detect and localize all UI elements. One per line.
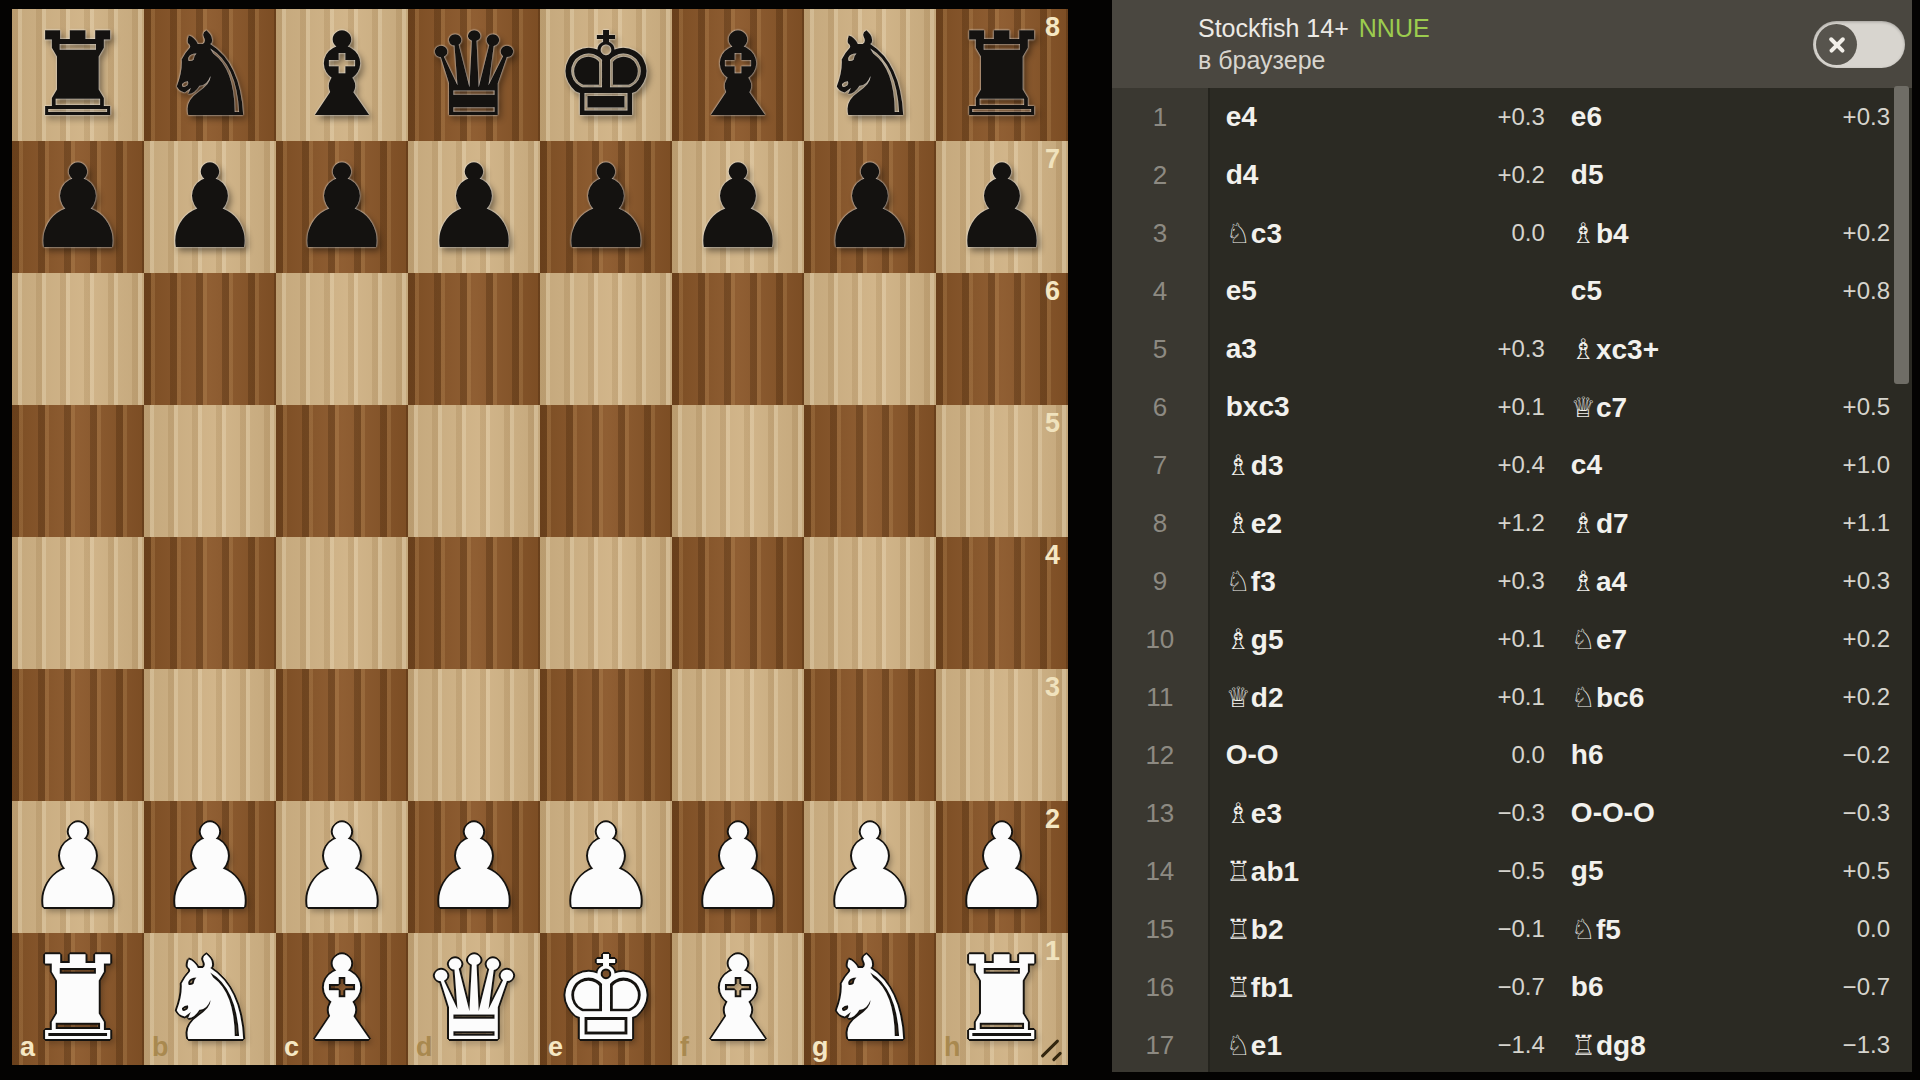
black-knight-b8[interactable]: ♞: [144, 9, 276, 141]
rank-label-5: 5: [1045, 410, 1060, 437]
square-e4[interactable]: [540, 537, 672, 669]
black-move[interactable]: ♗a4: [1571, 565, 1790, 598]
square-f8[interactable]: ♝: [672, 9, 804, 141]
square-b7[interactable]: ♟: [144, 141, 276, 273]
move-number: 9: [1112, 552, 1210, 610]
move-row: 5a3+0.3♗xc3+: [1112, 320, 1912, 378]
white-knight-b1[interactable]: ♞: [144, 933, 276, 1065]
black-eval: −0.2: [1790, 741, 1890, 769]
black-pawn-c7[interactable]: ♟: [276, 141, 408, 273]
white-pawn-b2[interactable]: ♟: [144, 801, 276, 933]
black-pawn-f7[interactable]: ♟: [672, 141, 804, 273]
move-row: 14♖ab1−0.5g5+0.5: [1112, 842, 1912, 900]
move-row: 2d4+0.2d5: [1112, 146, 1912, 204]
black-move[interactable]: h6: [1571, 739, 1790, 771]
move-row: 12O-O0.0h6−0.2: [1112, 726, 1912, 784]
black-move[interactable]: ♗d7: [1571, 507, 1790, 540]
white-pawn-f2[interactable]: ♟: [672, 801, 804, 933]
white-eval: −1.4: [1450, 1031, 1545, 1059]
nnue-badge: NNUE: [1359, 14, 1430, 42]
white-eval: +0.3: [1450, 103, 1545, 131]
square-g1[interactable]: ♞g: [804, 933, 936, 1065]
square-c7[interactable]: ♟: [276, 141, 408, 273]
black-eval: +0.5: [1790, 857, 1890, 885]
black-rook-a8[interactable]: ♜: [12, 9, 144, 141]
black-eval: +0.3: [1790, 103, 1890, 131]
black-move[interactable]: e6: [1571, 101, 1790, 133]
move-number: 8: [1112, 494, 1210, 552]
square-h5[interactable]: 5: [936, 405, 1068, 537]
square-d4[interactable]: [408, 537, 540, 669]
square-h2[interactable]: ♟2: [936, 801, 1068, 933]
white-move[interactable]: ♘f3: [1226, 565, 1450, 598]
white-pawn-g2[interactable]: ♟: [804, 801, 936, 933]
black-eval: +1.1: [1790, 509, 1890, 537]
white-move[interactable]: d4: [1226, 159, 1450, 191]
square-a3[interactable]: [12, 669, 144, 801]
white-pawn-c2[interactable]: ♟: [276, 801, 408, 933]
white-move[interactable]: a3: [1226, 333, 1450, 365]
square-g5[interactable]: [804, 405, 936, 537]
black-pawn-b7[interactable]: ♟: [144, 141, 276, 273]
square-f4[interactable]: [672, 537, 804, 669]
white-eval: +0.3: [1450, 335, 1545, 363]
white-move[interactable]: e4: [1226, 101, 1450, 133]
square-b2[interactable]: ♟: [144, 801, 276, 933]
square-e8[interactable]: ♚: [540, 9, 672, 141]
move-number: 10: [1112, 610, 1210, 668]
square-g3[interactable]: [804, 669, 936, 801]
square-a4[interactable]: [12, 537, 144, 669]
black-move[interactable]: c4: [1571, 449, 1790, 481]
white-pawn-a2[interactable]: ♟: [12, 801, 144, 933]
move-list: 1e4+0.3e6+0.32d4+0.2d53♘c30.0♗b4+0.24e5c…: [1112, 88, 1912, 1072]
square-f3[interactable]: [672, 669, 804, 801]
black-king-e8[interactable]: ♚: [540, 9, 672, 141]
white-eval: +0.2: [1450, 161, 1545, 189]
square-g4[interactable]: [804, 537, 936, 669]
white-move[interactable]: ♗e3: [1226, 797, 1450, 830]
move-number: 1: [1112, 88, 1210, 146]
move-number: 14: [1112, 842, 1210, 900]
square-f6[interactable]: [672, 273, 804, 405]
rank-label-6: 6: [1045, 278, 1060, 305]
black-bishop-c8[interactable]: ♝: [276, 9, 408, 141]
black-eval: +0.2: [1790, 219, 1890, 247]
white-move[interactable]: ♕d2: [1226, 681, 1450, 714]
white-move[interactable]: ♖ab1: [1226, 855, 1450, 888]
black-rook-h8[interactable]: ♜: [936, 9, 1068, 141]
white-move[interactable]: e5: [1226, 275, 1450, 307]
black-eval: +0.8: [1790, 277, 1890, 305]
white-move[interactable]: ♗e2: [1226, 507, 1450, 540]
square-d3[interactable]: [408, 669, 540, 801]
white-eval: +0.3: [1450, 567, 1545, 595]
black-queen-d8[interactable]: ♛: [408, 9, 540, 141]
square-d8[interactable]: ♛: [408, 9, 540, 141]
square-d1[interactable]: ♛d: [408, 933, 540, 1065]
square-h4[interactable]: 4: [936, 537, 1068, 669]
square-c2[interactable]: ♟: [276, 801, 408, 933]
white-move[interactable]: ♖b2: [1226, 913, 1450, 946]
black-eval: +1.0: [1790, 451, 1890, 479]
square-f7[interactable]: ♟: [672, 141, 804, 273]
black-move[interactable]: ♘bc6: [1571, 681, 1790, 714]
square-h8[interactable]: ♜8: [936, 9, 1068, 141]
move-number: 6: [1112, 378, 1210, 436]
move-number: 11: [1112, 668, 1210, 726]
move-row: 8♗e2+1.2♗d7+1.1: [1112, 494, 1912, 552]
square-b4[interactable]: [144, 537, 276, 669]
white-move[interactable]: O-O: [1226, 739, 1450, 771]
black-eval: −0.7: [1790, 973, 1890, 1001]
black-move[interactable]: ♘e7: [1571, 623, 1790, 656]
square-g7[interactable]: ♟: [804, 141, 936, 273]
square-b6[interactable]: [144, 273, 276, 405]
black-bishop-f8[interactable]: ♝: [672, 9, 804, 141]
rank-label-3: 3: [1045, 674, 1060, 701]
black-eval: −0.3: [1790, 799, 1890, 827]
white-eval: +0.1: [1450, 625, 1545, 653]
square-c1[interactable]: ♝c: [276, 933, 408, 1065]
black-pawn-g7[interactable]: ♟: [804, 141, 936, 273]
square-b5[interactable]: [144, 405, 276, 537]
board-resize-handle[interactable]: [1037, 1034, 1065, 1062]
square-c6[interactable]: [276, 273, 408, 405]
square-b3[interactable]: [144, 669, 276, 801]
black-eval: +0.3: [1790, 567, 1890, 595]
square-d5[interactable]: [408, 405, 540, 537]
square-c3[interactable]: [276, 669, 408, 801]
move-row: 9♘f3+0.3♗a4+0.3: [1112, 552, 1912, 610]
move-number: 13: [1112, 784, 1210, 842]
square-g2[interactable]: ♟: [804, 801, 936, 933]
move-number: 5: [1112, 320, 1210, 378]
square-h1[interactable]: ♜h1: [936, 933, 1068, 1065]
black-pawn-h7[interactable]: ♟: [936, 141, 1068, 273]
move-row: 10♗g5+0.1♘e7+0.2: [1112, 610, 1912, 668]
white-eval: −0.1: [1450, 915, 1545, 943]
square-f2[interactable]: ♟: [672, 801, 804, 933]
white-eval: +1.2: [1450, 509, 1545, 537]
square-h3[interactable]: 3: [936, 669, 1068, 801]
rank-label-4: 4: [1045, 542, 1060, 569]
white-eval: −0.3: [1450, 799, 1545, 827]
square-d7[interactable]: ♟: [408, 141, 540, 273]
square-a7[interactable]: ♟: [12, 141, 144, 273]
white-move[interactable]: ♘e1: [1226, 1029, 1450, 1062]
square-d6[interactable]: [408, 273, 540, 405]
white-move[interactable]: bxc3: [1226, 391, 1450, 423]
square-c5[interactable]: [276, 405, 408, 537]
white-eval: 0.0: [1450, 741, 1545, 769]
engine-toggle-switch[interactable]: [1813, 21, 1905, 68]
square-g6[interactable]: [804, 273, 936, 405]
square-e2[interactable]: ♟: [540, 801, 672, 933]
move-row: 4e5c5+0.8: [1112, 262, 1912, 320]
chess-board[interactable]: ♜♞♝♛♚♝♞♜8♟♟♟♟♟♟♟♟76543♟♟♟♟♟♟♟♟2♜a♞b♝c♛d♚…: [12, 9, 1068, 1065]
white-eval: 0.0: [1450, 219, 1545, 247]
square-e7[interactable]: ♟: [540, 141, 672, 273]
square-e6[interactable]: [540, 273, 672, 405]
square-c8[interactable]: ♝: [276, 9, 408, 141]
move-row: 13♗e3−0.3O-O-O−0.3: [1112, 784, 1912, 842]
white-eval: +0.4: [1450, 451, 1545, 479]
square-d2[interactable]: ♟: [408, 801, 540, 933]
move-row: 7♗d3+0.4c4+1.0: [1112, 436, 1912, 494]
black-move[interactable]: ♖dg8: [1571, 1029, 1790, 1062]
square-a1[interactable]: ♜a: [12, 933, 144, 1065]
move-number: 17: [1112, 1016, 1210, 1072]
square-e1[interactable]: ♚e: [540, 933, 672, 1065]
white-pawn-d2[interactable]: ♟: [408, 801, 540, 933]
white-eval: +0.1: [1450, 683, 1545, 711]
white-knight-g1[interactable]: ♞: [804, 933, 936, 1065]
move-number: 16: [1112, 958, 1210, 1016]
move-number: 2: [1112, 146, 1210, 204]
square-g8[interactable]: ♞: [804, 9, 936, 141]
white-move[interactable]: ♗d3: [1226, 449, 1450, 482]
engine-title-line: Stockfish 14+NNUE: [1198, 12, 1912, 44]
white-pawn-e2[interactable]: ♟: [540, 801, 672, 933]
black-pawn-a7[interactable]: ♟: [12, 141, 144, 273]
white-queen-d1[interactable]: ♛: [408, 933, 540, 1065]
engine-subtitle: в браузере: [1198, 44, 1912, 76]
white-pawn-h2[interactable]: ♟: [936, 801, 1068, 933]
black-pawn-d7[interactable]: ♟: [408, 141, 540, 273]
move-row: 1e4+0.3e6+0.3: [1112, 88, 1912, 146]
move-number: 7: [1112, 436, 1210, 494]
engine-name: Stockfish 14+: [1198, 14, 1349, 42]
black-eval: +0.2: [1790, 683, 1890, 711]
white-eval: +0.1: [1450, 393, 1545, 421]
black-move[interactable]: ♕c7: [1571, 391, 1790, 424]
black-move[interactable]: d5: [1571, 159, 1790, 191]
black-knight-g8[interactable]: ♞: [804, 9, 936, 141]
square-e5[interactable]: [540, 405, 672, 537]
square-h7[interactable]: ♟7: [936, 141, 1068, 273]
white-bishop-f1[interactable]: ♝: [672, 933, 804, 1065]
square-h6[interactable]: 6: [936, 273, 1068, 405]
move-row: 6bxc3+0.1♕c7+0.5: [1112, 378, 1912, 436]
white-move[interactable]: ♗g5: [1226, 623, 1450, 656]
toggle-knob-off: [1816, 24, 1857, 65]
black-eval: −1.3: [1790, 1031, 1890, 1059]
black-eval: +0.2: [1790, 625, 1890, 653]
black-move[interactable]: ♗xc3+: [1571, 333, 1790, 366]
square-f1[interactable]: ♝f: [672, 933, 804, 1065]
black-move[interactable]: b6: [1571, 971, 1790, 1003]
move-row: 15♖b2−0.1♘f50.0: [1112, 900, 1912, 958]
move-row: 11♕d2+0.1♘bc6+0.2: [1112, 668, 1912, 726]
white-eval: −0.5: [1450, 857, 1545, 885]
move-row: 16♖fb1−0.7b6−0.7: [1112, 958, 1912, 1016]
square-b8[interactable]: ♞: [144, 9, 276, 141]
move-number: 3: [1112, 204, 1210, 262]
square-a6[interactable]: [12, 273, 144, 405]
black-eval: 0.0: [1790, 915, 1890, 943]
square-e3[interactable]: [540, 669, 672, 801]
black-pawn-e7[interactable]: ♟: [540, 141, 672, 273]
black-move[interactable]: ♗b4: [1571, 217, 1790, 250]
black-move[interactable]: g5: [1571, 855, 1790, 887]
white-bishop-c1[interactable]: ♝: [276, 933, 408, 1065]
move-row: 3♘c30.0♗b4+0.2: [1112, 204, 1912, 262]
black-eval: +0.5: [1790, 393, 1890, 421]
black-move[interactable]: O-O-O: [1571, 797, 1790, 829]
move-number: 4: [1112, 262, 1210, 320]
black-move[interactable]: ♘f5: [1571, 913, 1790, 946]
white-eval: −0.7: [1450, 973, 1545, 1001]
scrollbar-thumb[interactable]: [1894, 86, 1909, 384]
square-f5[interactable]: [672, 405, 804, 537]
square-a5[interactable]: [12, 405, 144, 537]
engine-analysis-panel: Stockfish 14+NNUE в браузере 1e4+0.3e6+0…: [1112, 0, 1912, 1072]
square-b1[interactable]: ♞b: [144, 933, 276, 1065]
square-a2[interactable]: ♟: [12, 801, 144, 933]
move-number: 12: [1112, 726, 1210, 784]
move-number: 15: [1112, 900, 1210, 958]
square-c4[interactable]: [276, 537, 408, 669]
white-rook-a1[interactable]: ♜: [12, 933, 144, 1065]
white-move[interactable]: ♖fb1: [1226, 971, 1450, 1004]
move-row: 17♘e1−1.4♖dg8−1.3: [1112, 1016, 1912, 1072]
white-move[interactable]: ♘c3: [1226, 217, 1450, 250]
engine-header: Stockfish 14+NNUE в браузере: [1112, 0, 1912, 88]
black-move[interactable]: c5: [1571, 275, 1790, 307]
square-a8[interactable]: ♜: [12, 9, 144, 141]
white-king-e1[interactable]: ♚: [540, 933, 672, 1065]
